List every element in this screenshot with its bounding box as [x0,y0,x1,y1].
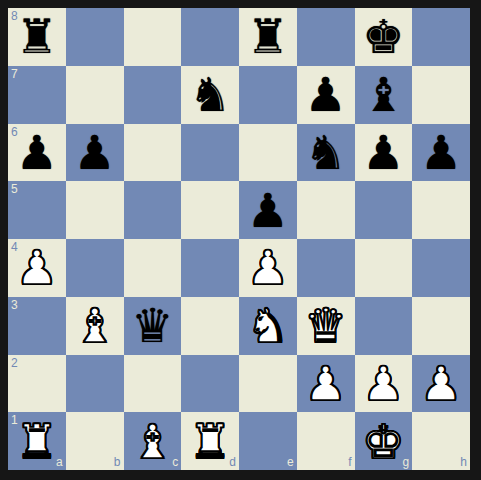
square-a8[interactable]: 8♜ [8,8,66,66]
square-b7[interactable] [66,66,124,124]
piece-white-rook-d1[interactable]: ♜ [189,413,231,470]
square-b3[interactable]: ♝ [66,297,124,355]
square-g1[interactable]: g♚ [355,412,413,470]
chess-board: 8♜♜♚7♞♟♝6♟♟♞♟♟5♟4♟♟3♝♛♞♛2♟♟♟1a♜bc♝d♜efg♚… [8,8,470,470]
piece-black-queen-c3[interactable]: ♛ [131,297,173,354]
square-h2[interactable]: ♟ [412,355,470,413]
square-d3[interactable] [181,297,239,355]
square-b1[interactable]: b [66,412,124,470]
square-d6[interactable] [181,124,239,182]
piece-black-knight-d7[interactable]: ♞ [189,66,231,123]
square-d7[interactable]: ♞ [181,66,239,124]
square-g5[interactable] [355,181,413,239]
square-a6[interactable]: 6♟ [8,124,66,182]
piece-white-knight-e3[interactable]: ♞ [247,297,289,354]
piece-black-rook-e8[interactable]: ♜ [247,8,289,65]
square-h1[interactable]: h [412,412,470,470]
square-c5[interactable] [124,181,182,239]
square-e5[interactable]: ♟ [239,181,297,239]
file-label-h: h [460,456,467,468]
piece-black-pawn-h6[interactable]: ♟ [420,124,462,181]
square-a7[interactable]: 7 [8,66,66,124]
square-h7[interactable] [412,66,470,124]
square-e3[interactable]: ♞ [239,297,297,355]
square-c8[interactable] [124,8,182,66]
piece-white-bishop-c1[interactable]: ♝ [131,413,173,470]
square-f5[interactable] [297,181,355,239]
rank-label-7: 7 [11,68,18,80]
piece-black-king-g8[interactable]: ♚ [362,8,404,65]
square-f1[interactable]: f [297,412,355,470]
piece-black-pawn-a6[interactable]: ♟ [16,124,58,181]
square-e4[interactable]: ♟ [239,239,297,297]
square-c7[interactable] [124,66,182,124]
square-b4[interactable] [66,239,124,297]
square-f2[interactable]: ♟ [297,355,355,413]
square-f6[interactable]: ♞ [297,124,355,182]
square-e6[interactable] [239,124,297,182]
piece-white-pawn-f2[interactable]: ♟ [305,355,347,412]
piece-black-pawn-f7[interactable]: ♟ [305,66,347,123]
square-e8[interactable]: ♜ [239,8,297,66]
square-g4[interactable] [355,239,413,297]
chess-app-frame: 8♜♜♚7♞♟♝6♟♟♞♟♟5♟4♟♟3♝♛♞♛2♟♟♟1a♜bc♝d♜efg♚… [0,0,481,480]
square-h5[interactable] [412,181,470,239]
file-label-e: e [287,456,294,468]
square-h6[interactable]: ♟ [412,124,470,182]
square-g2[interactable]: ♟ [355,355,413,413]
square-d1[interactable]: d♜ [181,412,239,470]
square-d2[interactable] [181,355,239,413]
square-a2[interactable]: 2 [8,355,66,413]
rank-label-2: 2 [11,357,18,369]
square-g7[interactable]: ♝ [355,66,413,124]
square-a5[interactable]: 5 [8,181,66,239]
rank-label-3: 3 [11,299,18,311]
square-g8[interactable]: ♚ [355,8,413,66]
square-e2[interactable] [239,355,297,413]
square-f3[interactable]: ♛ [297,297,355,355]
piece-black-rook-a8[interactable]: ♜ [16,8,58,65]
square-c6[interactable] [124,124,182,182]
square-e7[interactable] [239,66,297,124]
piece-black-pawn-g6[interactable]: ♟ [362,124,404,181]
piece-black-pawn-b6[interactable]: ♟ [74,124,116,181]
piece-white-pawn-a4[interactable]: ♟ [16,239,58,296]
square-h3[interactable] [412,297,470,355]
piece-white-pawn-h2[interactable]: ♟ [420,355,462,412]
piece-white-bishop-b3[interactable]: ♝ [74,297,116,354]
square-a3[interactable]: 3 [8,297,66,355]
square-e1[interactable]: e [239,412,297,470]
square-h4[interactable] [412,239,470,297]
file-label-b: b [114,456,121,468]
square-c3[interactable]: ♛ [124,297,182,355]
square-d8[interactable] [181,8,239,66]
square-b5[interactable] [66,181,124,239]
square-b6[interactable]: ♟ [66,124,124,182]
piece-black-bishop-g7[interactable]: ♝ [362,66,404,123]
piece-white-queen-f3[interactable]: ♛ [305,297,347,354]
square-f7[interactable]: ♟ [297,66,355,124]
square-a1[interactable]: 1a♜ [8,412,66,470]
square-c1[interactable]: c♝ [124,412,182,470]
square-d4[interactable] [181,239,239,297]
square-f4[interactable] [297,239,355,297]
square-g6[interactable]: ♟ [355,124,413,182]
square-b2[interactable] [66,355,124,413]
square-c2[interactable] [124,355,182,413]
piece-white-king-g1[interactable]: ♚ [362,413,404,470]
piece-black-knight-f6[interactable]: ♞ [305,124,347,181]
square-d5[interactable] [181,181,239,239]
piece-white-pawn-e4[interactable]: ♟ [247,239,289,296]
square-c4[interactable] [124,239,182,297]
piece-white-rook-a1[interactable]: ♜ [16,413,58,470]
file-label-f: f [348,456,351,468]
square-g3[interactable] [355,297,413,355]
rank-label-5: 5 [11,183,18,195]
square-f8[interactable] [297,8,355,66]
piece-white-pawn-g2[interactable]: ♟ [362,355,404,412]
square-b8[interactable] [66,8,124,66]
square-h8[interactable] [412,8,470,66]
square-a4[interactable]: 4♟ [8,239,66,297]
piece-black-pawn-e5[interactable]: ♟ [247,182,289,239]
